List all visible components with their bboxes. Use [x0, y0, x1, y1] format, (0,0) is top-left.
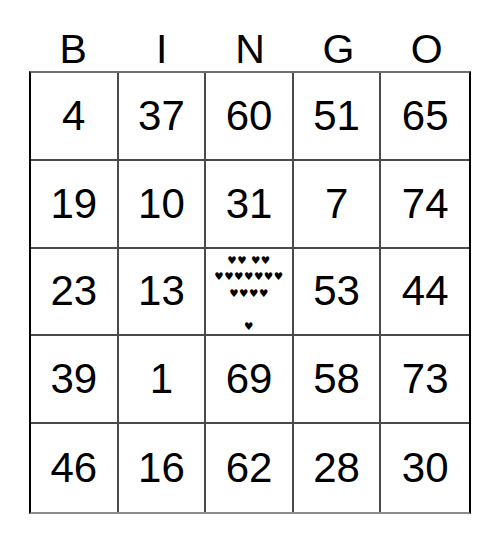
heart-art-line-2: ♥♥♥♥♥♥♥	[214, 268, 283, 285]
cell-r4-i[interactable]: 1	[119, 336, 207, 424]
cell-r1-n[interactable]: 60	[206, 73, 294, 161]
header-letter-i: I	[117, 29, 205, 71]
cell-r4-n[interactable]: 69	[206, 336, 294, 424]
cell-r5-b[interactable]: 46	[31, 424, 119, 512]
cell-r4-g[interactable]: 58	[294, 336, 382, 424]
cell-r3-o[interactable]: 44	[381, 249, 469, 337]
cell-r4-o[interactable]: 73	[381, 336, 469, 424]
cell-r1-g[interactable]: 51	[294, 73, 382, 161]
cell-r3-b[interactable]: 23	[31, 249, 119, 337]
cell-r2-o[interactable]: 74	[381, 161, 469, 249]
header-letter-b: B	[29, 29, 117, 71]
cell-r1-o[interactable]: 65	[381, 73, 469, 161]
cell-r1-b[interactable]: 4	[31, 73, 119, 161]
heart-art-line-1: ♥♥ ♥♥	[227, 252, 271, 269]
bingo-card: B I N G O 4 37 60 51 65 19 10 31 7 74 23…	[0, 0, 500, 544]
cell-r5-n[interactable]: 62	[206, 424, 294, 512]
header-letter-o: O	[383, 29, 471, 71]
heart-art-line-5: ♥	[244, 318, 254, 335]
header-letter-g: G	[294, 29, 382, 71]
heart-art-line-4	[247, 301, 251, 318]
header-letter-n: N	[206, 29, 294, 71]
cell-r2-n[interactable]: 31	[206, 161, 294, 249]
bingo-grid: 4 37 60 51 65 19 10 31 7 74 23 13 ♥♥ ♥♥ …	[29, 71, 471, 514]
cell-r5-g[interactable]: 28	[294, 424, 382, 512]
cell-r4-b[interactable]: 39	[31, 336, 119, 424]
cell-r5-i[interactable]: 16	[119, 424, 207, 512]
cell-r1-i[interactable]: 37	[119, 73, 207, 161]
cell-r3-i[interactable]: 13	[119, 249, 207, 337]
cell-r2-g[interactable]: 7	[294, 161, 382, 249]
bingo-header: B I N G O	[29, 0, 471, 71]
cell-r5-o[interactable]: 30	[381, 424, 469, 512]
heart-art-line-3: ♥♥♥♥	[229, 285, 269, 302]
cell-r2-i[interactable]: 10	[119, 161, 207, 249]
cell-r2-b[interactable]: 19	[31, 161, 119, 249]
cell-r3-n-free-space[interactable]: ♥♥ ♥♥ ♥♥♥♥♥♥♥ ♥♥♥♥ ♥	[206, 249, 294, 337]
cell-r3-g[interactable]: 53	[294, 249, 382, 337]
